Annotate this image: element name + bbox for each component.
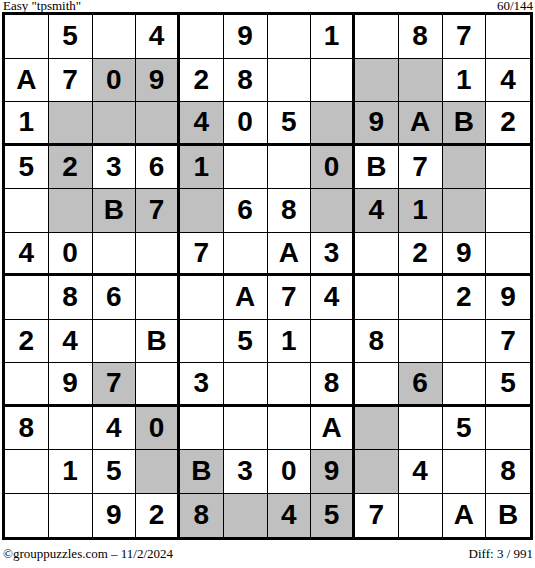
cell-r9c1[interactable] [5,363,49,407]
cell-r1c12[interactable] [486,15,530,59]
cell-r12c12[interactable]: B [486,494,530,538]
cell-r7c6[interactable]: A [224,276,268,320]
cell-r5c8[interactable] [311,189,355,233]
cell-r7c1[interactable] [5,276,49,320]
cell-r10c6[interactable] [224,407,268,451]
cell-r9c3[interactable]: 7 [93,363,137,407]
cell-r1c4[interactable]: 4 [136,15,180,59]
cell-r6c7[interactable]: A [268,233,312,277]
cell-r12c4[interactable]: 2 [136,494,180,538]
cell-r11c6[interactable]: 3 [224,450,268,494]
cell-r6c12[interactable] [486,233,530,277]
cell-r9c4[interactable] [136,363,180,407]
cell-r5c9[interactable]: 4 [355,189,399,233]
cell-r2c5[interactable]: 2 [180,59,224,103]
cell-r9c6[interactable] [224,363,268,407]
cell-r8c5[interactable] [180,320,224,364]
cell-r3c6[interactable]: 0 [224,102,268,146]
cell-r8c10[interactable] [399,320,443,364]
cell-r10c8[interactable]: A [311,407,355,451]
cell-r4c10[interactable]: 7 [399,146,443,190]
cell-r3c1[interactable]: 1 [5,102,49,146]
cell-r9c5[interactable]: 3 [180,363,224,407]
cell-r3c12[interactable]: 2 [486,102,530,146]
cell-r12c5[interactable]: 8 [180,494,224,538]
cell-r5c6[interactable]: 6 [224,189,268,233]
cell-r3c2[interactable] [49,102,93,146]
cell-r1c5[interactable] [180,15,224,59]
cell-r2c3[interactable]: 0 [93,59,137,103]
cell-r4c7[interactable] [268,146,312,190]
cell-r5c3[interactable]: B [93,189,137,233]
cell-r11c8[interactable]: 9 [311,450,355,494]
cell-r7c3[interactable]: 6 [93,276,137,320]
puzzle-title: Easy "tpsmith" [3,0,81,12]
cell-r1c3[interactable] [93,15,137,59]
cell-r6c1[interactable]: 4 [5,233,49,277]
cell-r12c9[interactable]: 7 [355,494,399,538]
cell-r4c4[interactable]: 6 [136,146,180,190]
cell-r5c4[interactable]: 7 [136,189,180,233]
cell-r3c5[interactable]: 4 [180,102,224,146]
cell-r6c5[interactable]: 7 [180,233,224,277]
cell-r8c9[interactable]: 8 [355,320,399,364]
cell-r10c9[interactable] [355,407,399,451]
cell-r3c10[interactable]: A [399,102,443,146]
cell-r3c8[interactable] [311,102,355,146]
cell-r7c4[interactable] [136,276,180,320]
cell-r5c10[interactable]: 1 [399,189,443,233]
cell-r9c8[interactable]: 8 [311,363,355,407]
cell-r6c6[interactable] [224,233,268,277]
cell-r7c7[interactable]: 7 [268,276,312,320]
header: Easy "tpsmith" 60/144 [3,0,533,12]
cell-r10c3[interactable]: 4 [93,407,137,451]
cell-r8c7[interactable]: 1 [268,320,312,364]
cell-r1c11[interactable]: 7 [443,15,487,59]
cell-r12c2[interactable] [49,494,93,538]
cell-r12c3[interactable]: 9 [93,494,137,538]
cell-r8c11[interactable] [443,320,487,364]
cell-r5c5[interactable] [180,189,224,233]
cell-r4c11[interactable] [443,146,487,190]
cell-r6c9[interactable] [355,233,399,277]
cell-r10c7[interactable] [268,407,312,451]
difficulty-text: Diff: 3 / 991 [469,546,533,561]
cell-r9c7[interactable] [268,363,312,407]
cell-r9c10[interactable]: 6 [399,363,443,407]
cell-r12c10[interactable] [399,494,443,538]
cell-r2c11[interactable]: 1 [443,59,487,103]
cell-r10c5[interactable] [180,407,224,451]
cell-r1c6[interactable]: 9 [224,15,268,59]
cell-r6c8[interactable]: 3 [311,233,355,277]
cell-r4c3[interactable]: 3 [93,146,137,190]
cell-r10c4[interactable]: 0 [136,407,180,451]
cell-r6c11[interactable]: 9 [443,233,487,277]
cell-r6c4[interactable] [136,233,180,277]
cell-r1c1[interactable] [5,15,49,59]
cell-r12c8[interactable]: 5 [311,494,355,538]
cell-r5c11[interactable] [443,189,487,233]
cell-r10c12[interactable] [486,407,530,451]
cell-r5c1[interactable] [5,189,49,233]
cell-r4c5[interactable]: 1 [180,146,224,190]
cell-r5c7[interactable]: 8 [268,189,312,233]
cell-r2c10[interactable] [399,59,443,103]
cell-r4c12[interactable] [486,146,530,190]
cell-r3c11[interactable]: B [443,102,487,146]
cell-r9c9[interactable] [355,363,399,407]
cell-r7c9[interactable] [355,276,399,320]
cell-r7c5[interactable] [180,276,224,320]
cell-r2c9[interactable] [355,59,399,103]
cell-r8c6[interactable]: 5 [224,320,268,364]
cell-r1c2[interactable]: 5 [49,15,93,59]
cell-r2c1[interactable]: A [5,59,49,103]
cell-r8c4[interactable]: B [136,320,180,364]
cell-counter: 60/144 [497,0,533,12]
cell-r3c4[interactable] [136,102,180,146]
cell-r10c10[interactable] [399,407,443,451]
cell-r2c8[interactable] [311,59,355,103]
cell-r7c8[interactable]: 4 [311,276,355,320]
cell-r9c2[interactable]: 9 [49,363,93,407]
cell-r4c6[interactable] [224,146,268,190]
cell-r10c2[interactable] [49,407,93,451]
cell-r6c2[interactable]: 0 [49,233,93,277]
cell-r6c3[interactable] [93,233,137,277]
cell-r12c1[interactable] [5,494,49,538]
cell-r12c11[interactable]: A [443,494,487,538]
footer: ©grouppuzzles.com – 11/2/2024 Diff: 3 / … [3,546,533,561]
cell-r10c11[interactable]: 5 [443,407,487,451]
cell-r11c10[interactable]: 4 [399,450,443,494]
cell-r8c3[interactable] [93,320,137,364]
cell-r1c8[interactable]: 1 [311,15,355,59]
cell-r10c1[interactable]: 8 [5,407,49,451]
cell-r1c9[interactable] [355,15,399,59]
cell-r9c12[interactable]: 5 [486,363,530,407]
cell-r8c1[interactable]: 2 [5,320,49,364]
cell-r8c12[interactable]: 7 [486,320,530,364]
cell-r2c12[interactable]: 4 [486,59,530,103]
cell-r12c6[interactable] [224,494,268,538]
copyright-text: ©grouppuzzles.com – 11/2/2024 [3,546,173,561]
cell-r4c8[interactable]: 0 [311,146,355,190]
cell-r12c7[interactable]: 4 [268,494,312,538]
cell-r7c11[interactable]: 2 [443,276,487,320]
cell-r5c2[interactable] [49,189,93,233]
cell-r2c4[interactable]: 9 [136,59,180,103]
cell-r3c3[interactable] [93,102,137,146]
cell-r4c9[interactable]: B [355,146,399,190]
cell-r1c10[interactable]: 8 [399,15,443,59]
cell-r11c12[interactable]: 8 [486,450,530,494]
cell-r11c7[interactable]: 0 [268,450,312,494]
cell-r11c3[interactable]: 5 [93,450,137,494]
cell-r2c7[interactable] [268,59,312,103]
cell-r11c2[interactable]: 1 [49,450,93,494]
cell-r2c6[interactable]: 8 [224,59,268,103]
cell-r4c2[interactable]: 2 [49,146,93,190]
cell-r5c12[interactable] [486,189,530,233]
cell-r8c2[interactable]: 4 [49,320,93,364]
cell-r1c7[interactable] [268,15,312,59]
cell-r6c10[interactable]: 2 [399,233,443,277]
sudoku-grid: 549187A709281414059AB2523610B7B76841407A… [2,12,533,540]
cell-r11c4[interactable] [136,450,180,494]
cell-r11c1[interactable] [5,450,49,494]
cell-r9c11[interactable] [443,363,487,407]
cell-r11c9[interactable] [355,450,399,494]
cell-r7c10[interactable] [399,276,443,320]
cell-r7c12[interactable]: 9 [486,276,530,320]
cell-r8c8[interactable] [311,320,355,364]
cell-r11c11[interactable] [443,450,487,494]
cell-r7c2[interactable]: 8 [49,276,93,320]
cell-r3c7[interactable]: 5 [268,102,312,146]
cell-r4c1[interactable]: 5 [5,146,49,190]
cell-r3c9[interactable]: 9 [355,102,399,146]
cell-r2c2[interactable]: 7 [49,59,93,103]
cell-r11c5[interactable]: B [180,450,224,494]
